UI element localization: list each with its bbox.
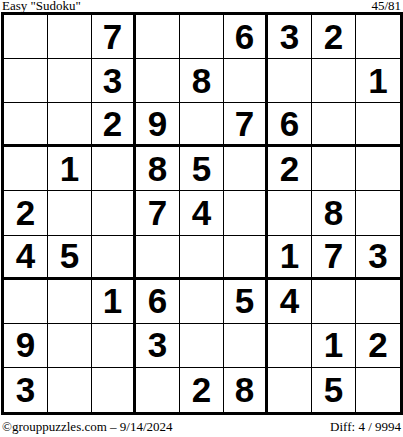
cell-r5c2[interactable] [48,191,92,235]
cell-r9c7[interactable] [268,368,312,412]
cell-r4c4: 8 [136,147,180,191]
cell-r4c2: 1 [48,147,92,191]
cell-r5c3[interactable] [92,191,136,235]
cell-r7c7: 4 [268,280,312,324]
cell-r4c7: 2 [268,147,312,191]
cell-r9c2[interactable] [48,368,92,412]
cell-r9c3[interactable] [92,368,136,412]
cell-r2c5: 8 [180,59,224,103]
cell-r7c4: 6 [136,280,180,324]
cell-r1c7: 3 [268,15,312,59]
header: Easy "Sudoku" 45/81 [2,0,401,12]
sudoku-board: 763238129761852274845173165493123285 [1,12,403,415]
cell-r5c1: 2 [4,191,48,235]
cell-r3c9[interactable] [356,103,400,147]
cell-r6c9: 3 [356,236,400,280]
cell-r4c1[interactable] [4,147,48,191]
cell-r1c5[interactable] [180,15,224,59]
cell-r1c9[interactable] [356,15,400,59]
cell-r5c5: 4 [180,191,224,235]
cell-r1c1[interactable] [4,15,48,59]
cell-r7c1[interactable] [4,280,48,324]
cell-r8c3[interactable] [92,324,136,368]
cell-r7c2[interactable] [48,280,92,324]
cell-r5c6[interactable] [224,191,268,235]
cell-r7c9[interactable] [356,280,400,324]
cell-r9c6: 8 [224,368,268,412]
puzzle-title: Easy "Sudoku" [2,0,81,12]
cell-r4c3[interactable] [92,147,136,191]
cell-r3c5[interactable] [180,103,224,147]
cell-r5c7[interactable] [268,191,312,235]
cell-r1c4[interactable] [136,15,180,59]
cell-r8c7[interactable] [268,324,312,368]
cell-r4c6[interactable] [224,147,268,191]
cell-r1c8: 2 [312,15,356,59]
cell-r9c5: 2 [180,368,224,412]
cell-r2c3: 3 [92,59,136,103]
cell-r6c3[interactable] [92,236,136,280]
cell-r9c4[interactable] [136,368,180,412]
cell-r6c7: 1 [268,236,312,280]
cell-r5c4: 7 [136,191,180,235]
cell-r3c8[interactable] [312,103,356,147]
cell-r3c3: 2 [92,103,136,147]
cell-r5c8: 8 [312,191,356,235]
cell-r6c2: 5 [48,236,92,280]
cell-r2c7[interactable] [268,59,312,103]
cell-r2c6[interactable] [224,59,268,103]
cell-r8c4: 3 [136,324,180,368]
cell-r1c3: 7 [92,15,136,59]
cell-r1c6: 6 [224,15,268,59]
copyright-date: ©grouppuzzles.com – 9/14/2024 [2,420,173,434]
cell-r3c6: 7 [224,103,268,147]
empty-cells-counter: 45/81 [371,0,401,12]
cell-r8c8: 1 [312,324,356,368]
cell-r6c6[interactable] [224,236,268,280]
cell-r6c4[interactable] [136,236,180,280]
difficulty-rating: Diff: 4 / 9994 [330,420,401,434]
cell-r9c9[interactable] [356,368,400,412]
cell-r2c2[interactable] [48,59,92,103]
cell-r2c4[interactable] [136,59,180,103]
cell-r2c8[interactable] [312,59,356,103]
cell-r2c1[interactable] [4,59,48,103]
cell-r7c6: 5 [224,280,268,324]
cell-r8c5[interactable] [180,324,224,368]
cell-r7c3: 1 [92,280,136,324]
cell-r4c5: 5 [180,147,224,191]
cell-r7c5[interactable] [180,280,224,324]
cell-r7c8[interactable] [312,280,356,324]
cell-r6c8: 7 [312,236,356,280]
cell-r8c2[interactable] [48,324,92,368]
cell-r9c8: 5 [312,368,356,412]
cell-r5c9[interactable] [356,191,400,235]
footer: ©grouppuzzles.com – 9/14/2024 Diff: 4 / … [2,420,401,434]
cell-r3c1[interactable] [4,103,48,147]
cell-r9c1: 3 [4,368,48,412]
cell-r4c8[interactable] [312,147,356,191]
cell-r6c5[interactable] [180,236,224,280]
cell-r6c1: 4 [4,236,48,280]
sudoku-page: Easy "Sudoku" 45/81 76323812976185227484… [0,0,403,437]
cell-r1c2[interactable] [48,15,92,59]
cell-r8c1: 9 [4,324,48,368]
cell-r8c6[interactable] [224,324,268,368]
cell-r3c7: 6 [268,103,312,147]
cell-r3c2[interactable] [48,103,92,147]
cell-r2c9: 1 [356,59,400,103]
cell-r8c9: 2 [356,324,400,368]
cell-r4c9[interactable] [356,147,400,191]
cell-r3c4: 9 [136,103,180,147]
